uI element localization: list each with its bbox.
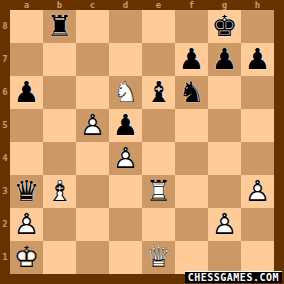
square-f8[interactable]: [175, 10, 208, 43]
square-c2[interactable]: [76, 208, 109, 241]
square-h8[interactable]: [241, 10, 274, 43]
square-c8[interactable]: [76, 10, 109, 43]
square-g1[interactable]: [208, 241, 241, 274]
black-queen-glyph: ♛: [10, 175, 43, 208]
piece-black-pawn[interactable]: ♟: [208, 43, 241, 76]
square-f6[interactable]: ♞: [175, 76, 208, 109]
white-bishop-outline-glyph: ♗: [43, 175, 76, 208]
square-h2[interactable]: [241, 208, 274, 241]
square-e1[interactable]: ♛♕: [142, 241, 175, 274]
piece-white-pawn[interactable]: ♟♙: [208, 208, 241, 241]
square-g3[interactable]: [208, 175, 241, 208]
white-pawn-outline-glyph: ♙: [109, 142, 142, 175]
white-queen-outline-glyph: ♕: [142, 241, 175, 274]
piece-white-king[interactable]: ♚♔: [10, 241, 43, 274]
chess-board: ♜♚♟♟♟♟♞♘♝♞♟♙♟♟♙♛♝♗♜♖♟♙♟♙♟♙♚♔♛♕: [10, 10, 274, 274]
black-bishop-glyph: ♝: [142, 76, 175, 109]
square-e4[interactable]: [142, 142, 175, 175]
black-king-glyph: ♚: [208, 10, 241, 43]
square-e7[interactable]: [142, 43, 175, 76]
square-g5[interactable]: [208, 109, 241, 142]
square-b8[interactable]: ♜: [43, 10, 76, 43]
square-c6[interactable]: [76, 76, 109, 109]
chessgames-watermark: CHESSGAMES.COM: [185, 271, 282, 283]
square-b3[interactable]: ♝♗: [43, 175, 76, 208]
square-a5[interactable]: [10, 109, 43, 142]
square-a3[interactable]: ♛: [10, 175, 43, 208]
square-h5[interactable]: [241, 109, 274, 142]
square-c3[interactable]: [76, 175, 109, 208]
piece-black-rook[interactable]: ♜: [43, 10, 76, 43]
square-g6[interactable]: [208, 76, 241, 109]
square-f7[interactable]: ♟: [175, 43, 208, 76]
square-c5[interactable]: ♟♙: [76, 109, 109, 142]
white-knight-outline-glyph: ♘: [109, 76, 142, 109]
file-label-e: e: [142, 0, 175, 10]
square-d8[interactable]: [109, 10, 142, 43]
rank-label-3: 3: [0, 175, 10, 208]
piece-black-pawn[interactable]: ♟: [10, 76, 43, 109]
square-f1[interactable]: [175, 241, 208, 274]
square-b2[interactable]: [43, 208, 76, 241]
square-h3[interactable]: ♟♙: [241, 175, 274, 208]
square-h6[interactable]: [241, 76, 274, 109]
black-pawn-glyph: ♟: [10, 76, 43, 109]
piece-black-pawn[interactable]: ♟: [175, 43, 208, 76]
piece-black-pawn[interactable]: ♟: [109, 109, 142, 142]
black-knight-glyph: ♞: [175, 76, 208, 109]
piece-white-pawn[interactable]: ♟♙: [10, 208, 43, 241]
piece-black-pawn[interactable]: ♟: [241, 43, 274, 76]
white-pawn-outline-glyph: ♙: [76, 109, 109, 142]
square-a7[interactable]: [10, 43, 43, 76]
square-a6[interactable]: ♟: [10, 76, 43, 109]
square-d6[interactable]: ♞♘: [109, 76, 142, 109]
square-f2[interactable]: [175, 208, 208, 241]
black-pawn-glyph: ♟: [109, 109, 142, 142]
white-king-outline-glyph: ♔: [10, 241, 43, 274]
square-d7[interactable]: [109, 43, 142, 76]
rank-label-2: 2: [0, 208, 10, 241]
piece-white-rook[interactable]: ♜♖: [142, 175, 175, 208]
rank-label-8: 8: [0, 10, 10, 43]
square-g8[interactable]: ♚: [208, 10, 241, 43]
square-a8[interactable]: [10, 10, 43, 43]
square-f3[interactable]: [175, 175, 208, 208]
piece-white-pawn[interactable]: ♟♙: [76, 109, 109, 142]
square-c4[interactable]: [76, 142, 109, 175]
file-label-f: f: [175, 0, 208, 10]
file-label-a: a: [10, 0, 43, 10]
square-e5[interactable]: [142, 109, 175, 142]
file-label-c: c: [76, 0, 109, 10]
black-pawn-glyph: ♟: [208, 43, 241, 76]
file-label-h: h: [241, 0, 274, 10]
white-rook-outline-glyph: ♖: [142, 175, 175, 208]
square-e8[interactable]: [142, 10, 175, 43]
square-d3[interactable]: [109, 175, 142, 208]
square-f4[interactable]: [175, 142, 208, 175]
square-b6[interactable]: [43, 76, 76, 109]
piece-white-bishop[interactable]: ♝♗: [43, 175, 76, 208]
square-e3[interactable]: ♜♖: [142, 175, 175, 208]
square-b1[interactable]: [43, 241, 76, 274]
rank-label-6: 6: [0, 76, 10, 109]
piece-white-queen[interactable]: ♛♕: [142, 241, 175, 274]
piece-black-queen[interactable]: ♛: [10, 175, 43, 208]
rank-label-1: 1: [0, 241, 10, 274]
piece-white-knight[interactable]: ♞♘: [109, 76, 142, 109]
piece-white-pawn[interactable]: ♟♙: [109, 142, 142, 175]
square-c7[interactable]: [76, 43, 109, 76]
square-g2[interactable]: ♟♙: [208, 208, 241, 241]
square-d4[interactable]: ♟♙: [109, 142, 142, 175]
square-d1[interactable]: [109, 241, 142, 274]
square-h1[interactable]: [241, 241, 274, 274]
black-rook-glyph: ♜: [43, 10, 76, 43]
square-e2[interactable]: [142, 208, 175, 241]
black-pawn-glyph: ♟: [241, 43, 274, 76]
square-h4[interactable]: [241, 142, 274, 175]
chess-board-frame: a b c d e f g h 8 7 6 5 4 3 2 1 ♜♚♟♟♟♟♞♘…: [0, 0, 284, 284]
white-pawn-outline-glyph: ♙: [208, 208, 241, 241]
rank-labels: 8 7 6 5 4 3 2 1: [0, 10, 10, 274]
square-a4[interactable]: [10, 142, 43, 175]
rank-label-4: 4: [0, 142, 10, 175]
square-a2[interactable]: ♟♙: [10, 208, 43, 241]
white-pawn-outline-glyph: ♙: [10, 208, 43, 241]
square-a1[interactable]: ♚♔: [10, 241, 43, 274]
rank-label-7: 7: [0, 43, 10, 76]
square-g4[interactable]: [208, 142, 241, 175]
rank-label-5: 5: [0, 109, 10, 142]
square-b7[interactable]: [43, 43, 76, 76]
square-c1[interactable]: [76, 241, 109, 274]
square-f5[interactable]: [175, 109, 208, 142]
square-d5[interactable]: ♟: [109, 109, 142, 142]
piece-black-king[interactable]: ♚: [208, 10, 241, 43]
white-pawn-outline-glyph: ♙: [241, 175, 274, 208]
file-label-d: d: [109, 0, 142, 10]
piece-white-pawn[interactable]: ♟♙: [241, 175, 274, 208]
square-h7[interactable]: ♟: [241, 43, 274, 76]
square-e6[interactable]: ♝: [142, 76, 175, 109]
piece-black-bishop[interactable]: ♝: [142, 76, 175, 109]
square-g7[interactable]: ♟: [208, 43, 241, 76]
square-b4[interactable]: [43, 142, 76, 175]
square-b5[interactable]: [43, 109, 76, 142]
black-pawn-glyph: ♟: [175, 43, 208, 76]
square-d2[interactable]: [109, 208, 142, 241]
piece-black-knight[interactable]: ♞: [175, 76, 208, 109]
